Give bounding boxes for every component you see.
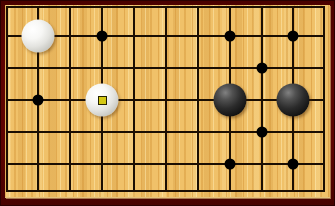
dot-marker[interactable] [225, 159, 236, 170]
grid-horizontal-line-1 [6, 6, 325, 8]
marked-white-stone[interactable] [86, 84, 119, 117]
dot-marker[interactable] [97, 31, 108, 42]
dot-marker[interactable] [225, 31, 236, 42]
dot-marker[interactable] [257, 63, 268, 74]
black-stone[interactable] [214, 84, 247, 117]
black-stone[interactable] [277, 84, 310, 117]
go-board-screenshot [0, 0, 335, 206]
grid-horizontal-line-6 [6, 163, 325, 165]
grid-horizontal-line-3 [6, 67, 325, 69]
dot-marker[interactable] [257, 127, 268, 138]
go-board[interactable] [0, 0, 335, 206]
grid-horizontal-line-7 [6, 190, 325, 192]
dot-marker[interactable] [33, 95, 44, 106]
dot-marker[interactable] [288, 31, 299, 42]
dot-marker[interactable] [288, 159, 299, 170]
last-move-square-marker [98, 96, 107, 105]
white-stone[interactable] [22, 20, 55, 53]
grid-horizontal-line-5 [6, 131, 325, 133]
